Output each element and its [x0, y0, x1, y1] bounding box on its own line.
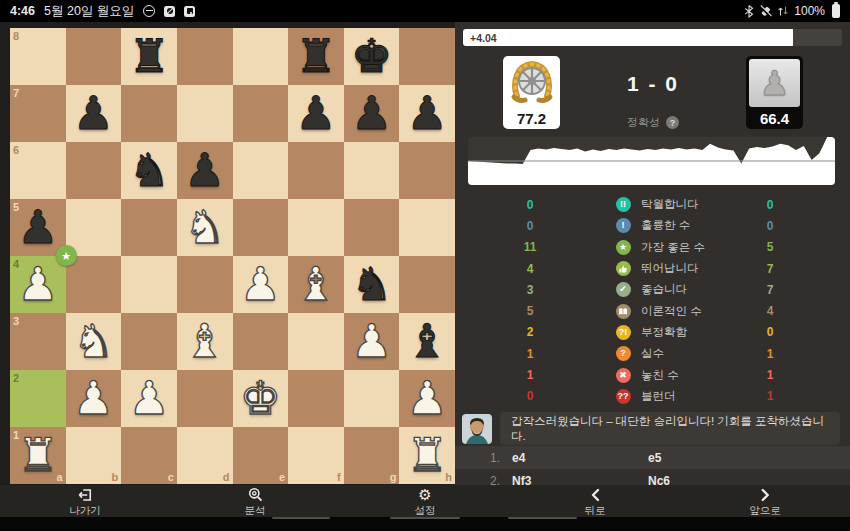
miss-icon: ✖ [616, 368, 631, 383]
classification-row-book[interactable]: 5이론적인 수4 [455, 300, 850, 321]
square-h2[interactable]: ♟ [399, 370, 455, 427]
file-label-d: d [223, 471, 230, 483]
white-bishop-f4[interactable]: ♝ [288, 256, 344, 313]
status-time: 4:46 [10, 4, 35, 18]
square-e8[interactable] [233, 28, 289, 85]
white-good-count: 3 [455, 283, 605, 297]
black-blunder-count: 1 [756, 389, 784, 403]
forward-button[interactable]: 앞으로 [749, 487, 781, 518]
square-e6[interactable] [233, 142, 289, 199]
rank-label-8: 8 [13, 30, 19, 42]
square-b1[interactable]: b [66, 427, 122, 484]
classification-row-blunder[interactable]: 0??블런더1 [455, 386, 850, 407]
square-g1[interactable]: g [344, 427, 400, 484]
evaluation-value: +4.04 [463, 29, 793, 46]
black-pawn-f7[interactable]: ♟ [288, 85, 344, 142]
good-icon: ✔ [616, 282, 631, 297]
great-icon: ! [616, 218, 631, 233]
move-number: 1. [455, 451, 500, 465]
white-pawn-g3[interactable]: ♟ [344, 313, 400, 370]
status-date: 5월 20일 월요일 [44, 3, 134, 20]
square-d6[interactable]: ♟ [177, 142, 233, 199]
white-blunder-count: 0 [455, 389, 605, 403]
square-f2[interactable] [288, 370, 344, 427]
miss-label: 놓친 수 [641, 368, 756, 383]
white-excellent-count: 4 [455, 262, 605, 276]
square-d5[interactable]: ♞ [177, 199, 233, 256]
best-label: 가장 좋은 수 [641, 240, 756, 255]
mistake-label: 실수 [641, 346, 756, 361]
black-move[interactable]: e5 [648, 451, 661, 465]
square-g4[interactable]: ♞ [344, 256, 400, 313]
bottom-nav-bar: 나가기 분석 ⚙ 설정 뒤로 앞으로 [0, 485, 850, 517]
brilliant-label: 탁월합니다 [641, 197, 756, 212]
black-player-avatar: ♟ [749, 59, 800, 107]
best-icon: ★ [616, 240, 631, 255]
settings-button[interactable]: ⚙ 설정 [415, 487, 436, 518]
square-e5[interactable] [233, 199, 289, 256]
game-report-panel: +4.04 77.2 1 - 0 정확성 ? ♟ [455, 22, 850, 517]
white-pawn-e4[interactable]: ♟ [233, 256, 289, 313]
book-icon [616, 304, 631, 319]
black-pawn-h7[interactable]: ♟ [399, 85, 455, 142]
blunder-icon: ?? [616, 389, 631, 404]
square-d4[interactable] [177, 256, 233, 313]
square-g6[interactable] [344, 142, 400, 199]
square-g3[interactable]: ♟ [344, 313, 400, 370]
white-best-count: 11 [455, 240, 605, 254]
status-bar: 4:46 5월 20일 월요일 100% [0, 0, 850, 22]
square-d8[interactable] [177, 28, 233, 85]
classification-row-inaccuracy[interactable]: 2?!부정확함0 [455, 322, 850, 343]
square-b6[interactable] [66, 142, 122, 199]
white-book-count: 5 [455, 304, 605, 318]
square-h7[interactable]: ♟ [399, 85, 455, 142]
brilliant-icon: !! [616, 197, 631, 212]
square-d3[interactable]: ♝ [177, 313, 233, 370]
square-a8[interactable]: 8 [10, 28, 66, 85]
square-h5[interactable] [399, 199, 455, 256]
file-label-c: c [168, 471, 174, 483]
black-pawn-d6[interactable]: ♟ [177, 142, 233, 199]
battery-icon [832, 4, 840, 18]
square-c3[interactable] [121, 313, 177, 370]
data-arrows-icon [777, 3, 789, 19]
exit-button[interactable]: 나가기 [69, 487, 101, 518]
coach-comment-text: 갑작스러웠습니다 – 대단한 승리입니다! 기회를 포착하셨습니다. [500, 412, 840, 445]
black-player-card: ♟ 66.4 [746, 56, 803, 129]
square-h1[interactable]: h♜ [399, 427, 455, 484]
board-area: 8♜♜♚7♟♟♟♟6♞♟5♟♞4♟★♟♝♞3♞♝♟♝2♟♟♚♟1a♜bcdefg… [0, 22, 455, 485]
excellent-icon [616, 261, 631, 276]
square-b8[interactable] [66, 28, 122, 85]
bottom-gesture-strip [0, 517, 850, 531]
game-result: 1 - 0 [560, 72, 746, 96]
square-d1[interactable]: d [177, 427, 233, 484]
coach-avatar [462, 414, 492, 444]
excellent-label: 뛰어납니다 [641, 261, 756, 276]
square-c6[interactable]: ♞ [121, 142, 177, 199]
white-knight-d5[interactable]: ♞ [177, 199, 233, 256]
square-f7[interactable]: ♟ [288, 85, 344, 142]
black-inaccuracy-count: 0 [756, 325, 784, 339]
square-a7[interactable]: 7 [10, 85, 66, 142]
evaluation-graph[interactable] [468, 137, 835, 185]
square-c4[interactable] [121, 256, 177, 313]
do-not-disturb-icon [143, 5, 155, 17]
chess-board[interactable]: 8♜♜♚7♟♟♟♟6♞♟5♟♞4♟★♟♝♞3♞♝♟♝2♟♟♚♟1a♜bcdefg… [10, 28, 455, 484]
white-pawn-b2[interactable]: ♟ [66, 370, 122, 427]
scroll-indicator [272, 517, 330, 519]
best-move-star-badge: ★ [56, 245, 77, 266]
move-classification-list: 0!!탁월합니다00!훌륭한 수011★가장 좋은 수54뛰어납니다73✔좋습니… [455, 194, 850, 407]
white-brilliant-count: 0 [455, 198, 605, 212]
square-f1[interactable]: f [288, 427, 344, 484]
evaluation-bar: +4.04 [463, 29, 842, 46]
white-bishop-d3[interactable]: ♝ [177, 313, 233, 370]
white-player-card: 77.2 [503, 56, 560, 129]
rank-label-3: 3 [13, 315, 19, 327]
square-e2[interactable]: ♚ [233, 370, 289, 427]
square-b3[interactable]: ♞ [66, 313, 122, 370]
black-accuracy-value: 66.4 [760, 107, 789, 129]
square-g8[interactable]: ♚ [344, 28, 400, 85]
black-miss-count: 1 [756, 368, 784, 382]
inaccuracy-label: 부정확함 [641, 325, 756, 340]
white-king-e2[interactable]: ♚ [233, 370, 289, 427]
square-a4[interactable]: 4♟★ [10, 256, 66, 313]
white-miss-count: 1 [455, 368, 605, 382]
file-label-g: g [390, 471, 397, 483]
rank-label-2: 2 [13, 372, 19, 384]
white-mistake-count: 1 [455, 347, 605, 361]
accuracy-help-icon[interactable]: ? [666, 116, 679, 129]
black-pawn-a5[interactable]: ♟ [10, 199, 66, 256]
white-rook-h1[interactable]: ♜ [399, 427, 455, 484]
square-h4[interactable] [399, 256, 455, 313]
black-rook-c8[interactable]: ♜ [121, 28, 177, 85]
exit-icon [77, 487, 93, 503]
accuracy-label: 정확성 [627, 115, 660, 130]
move-row-1: 1.e4e5 [455, 446, 850, 469]
white-pawn-c2[interactable]: ♟ [121, 370, 177, 427]
file-label-e: e [279, 471, 285, 483]
square-c2[interactable]: ♟ [121, 370, 177, 427]
square-e7[interactable] [233, 85, 289, 142]
square-e1[interactable]: e [233, 427, 289, 484]
square-e3[interactable] [233, 313, 289, 370]
good-label: 좋습니다 [641, 282, 756, 297]
white-accuracy-value: 77.2 [517, 107, 546, 129]
file-label-f: f [337, 471, 341, 483]
analysis-magnifier-icon [247, 487, 263, 503]
white-knight-b3[interactable]: ♞ [66, 313, 122, 370]
square-a6[interactable]: 6 [10, 142, 66, 199]
classification-row-great[interactable]: 0!훌륭한 수0 [455, 215, 850, 236]
square-a5[interactable]: 5♟ [10, 199, 66, 256]
square-h8[interactable] [399, 28, 455, 85]
black-best-count: 5 [756, 240, 784, 254]
file-label-b: b [112, 471, 119, 483]
square-f3[interactable] [288, 313, 344, 370]
bluetooth-icon [744, 3, 754, 19]
back-button[interactable]: 뒤로 [585, 487, 606, 518]
rank-label-6: 6 [13, 144, 19, 156]
inaccuracy-icon: ?! [616, 325, 631, 340]
scroll-indicator [508, 517, 577, 519]
book-label: 이론적인 수 [641, 304, 756, 319]
square-g7[interactable]: ♟ [344, 85, 400, 142]
square-h6[interactable] [399, 142, 455, 199]
square-a3[interactable]: 3 [10, 313, 66, 370]
screenshot-notification-icon [184, 6, 195, 17]
white-rook-a1[interactable]: ♜ [10, 427, 66, 484]
black-knight-g4[interactable]: ♞ [344, 256, 400, 313]
chevron-right-icon [758, 487, 772, 503]
black-knight-c6[interactable]: ♞ [121, 142, 177, 199]
black-rook-f8[interactable]: ♜ [288, 28, 344, 85]
square-f4[interactable]: ♝ [288, 256, 344, 313]
mute-icon [759, 3, 772, 19]
white-pawn-h2[interactable]: ♟ [399, 370, 455, 427]
battery-percent: 100% [794, 4, 825, 18]
square-f6[interactable] [288, 142, 344, 199]
square-h3[interactable]: ♝ [399, 313, 455, 370]
black-mistake-count: 1 [756, 347, 784, 361]
square-d7[interactable] [177, 85, 233, 142]
black-king-g8[interactable]: ♚ [344, 28, 400, 85]
classification-row-brilliant[interactable]: 0!!탁월합니다0 [455, 194, 850, 215]
blunder-label: 블런더 [641, 389, 756, 404]
classification-row-good[interactable]: 3✔좋습니다7 [455, 279, 850, 300]
black-good-count: 7 [756, 283, 784, 297]
black-pawn-b7[interactable]: ♟ [66, 85, 122, 142]
square-b4[interactable] [66, 256, 122, 313]
black-excellent-count: 7 [756, 262, 784, 276]
white-great-count: 0 [455, 219, 605, 233]
square-c1[interactable]: c [121, 427, 177, 484]
rank-label-7: 7 [13, 87, 19, 99]
gear-icon: ⚙ [418, 487, 431, 503]
square-a1[interactable]: 1a♜ [10, 427, 66, 484]
square-a2[interactable]: 2 [10, 370, 66, 427]
white-pawn-a4[interactable]: ♟ [10, 256, 66, 313]
square-b2[interactable]: ♟ [66, 370, 122, 427]
scroll-indicator [390, 517, 460, 519]
black-pawn-g7[interactable]: ♟ [344, 85, 400, 142]
white-inaccuracy-count: 2 [455, 325, 605, 339]
black-great-count: 0 [756, 219, 784, 233]
square-b7[interactable]: ♟ [66, 85, 122, 142]
square-e4[interactable]: ♟ [233, 256, 289, 313]
mistake-icon: ? [616, 346, 631, 361]
square-c8[interactable]: ♜ [121, 28, 177, 85]
classification-row-miss[interactable]: 1✖놓친 수1 [455, 364, 850, 385]
classification-row-mistake[interactable]: 1?실수1 [455, 343, 850, 364]
classification-row-excellent[interactable]: 4뛰어납니다7 [455, 258, 850, 279]
square-c7[interactable] [121, 85, 177, 142]
square-g2[interactable] [344, 370, 400, 427]
square-g5[interactable] [344, 199, 400, 256]
white-player-avatar [506, 59, 557, 107]
square-f5[interactable] [288, 199, 344, 256]
black-pawn-avatar-icon: ♟ [759, 59, 789, 107]
great-label: 훌륭한 수 [641, 218, 756, 233]
white-move[interactable]: e4 [512, 451, 648, 465]
square-c5[interactable] [121, 199, 177, 256]
square-d2[interactable] [177, 370, 233, 427]
data-saver-icon [164, 6, 175, 17]
black-brilliant-count: 0 [756, 198, 784, 212]
analysis-button[interactable]: 분석 [245, 487, 266, 518]
classification-row-best[interactable]: 11★가장 좋은 수5 [455, 237, 850, 258]
square-f8[interactable]: ♜ [288, 28, 344, 85]
black-book-count: 4 [756, 304, 784, 318]
black-bishop-h3[interactable]: ♝ [399, 313, 455, 370]
chevron-left-icon [588, 487, 602, 503]
